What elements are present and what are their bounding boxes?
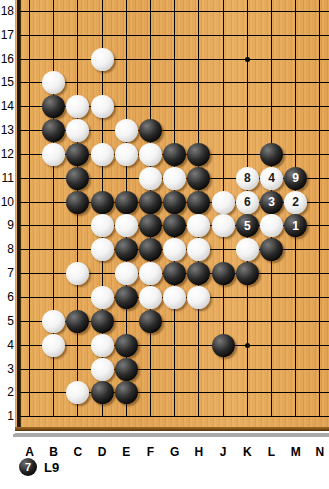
grid-line-row-1 (20, 416, 329, 417)
stone-black-G10 (163, 191, 186, 214)
row-label-15: 15 (0, 76, 14, 89)
stone-black-J7 (212, 262, 235, 285)
stone-black-M11: 9 (284, 167, 307, 190)
row-label-7: 7 (0, 267, 14, 280)
stone-white-J10 (212, 191, 235, 214)
stone-black-E4 (115, 334, 138, 357)
col-label-N: N (310, 445, 329, 459)
row-label-1: 1 (0, 410, 14, 423)
grid-line-col-A (29, 0, 30, 417)
stone-white-L11: 4 (260, 167, 283, 190)
stone-black-E10 (115, 191, 138, 214)
grid-line-row-15 (20, 82, 329, 83)
stone-black-D5 (91, 310, 114, 333)
grid-line-row-4 (20, 345, 329, 346)
stone-white-D14 (91, 95, 114, 118)
row-label-5: 5 (0, 315, 14, 328)
stone-black-C10 (66, 191, 89, 214)
stone-white-D9 (91, 214, 114, 237)
stone-white-D4 (91, 334, 114, 357)
stone-black-L12 (260, 143, 283, 166)
grid-line-row-18 (20, 11, 329, 12)
stone-move-number: 8 (244, 172, 251, 184)
stone-move-number: 2 (292, 196, 299, 208)
stone-black-G12 (163, 143, 186, 166)
stone-white-F6 (139, 286, 162, 309)
col-label-J: J (213, 445, 233, 459)
stone-black-D2 (91, 381, 114, 404)
col-label-L: L (262, 445, 282, 459)
go-diagram: 181716151413121110987654321ABCDEFGHJKLMN… (0, 0, 329, 489)
stone-white-D12 (91, 143, 114, 166)
col-label-G: G (165, 445, 185, 459)
stone-black-H10 (187, 191, 210, 214)
grid-line-row-17 (20, 35, 329, 36)
stone-black-E3 (115, 358, 138, 381)
star-point-K4 (245, 343, 250, 348)
stone-black-F13 (139, 119, 162, 142)
stone-black-L10: 3 (260, 191, 283, 214)
row-label-16: 16 (0, 53, 14, 66)
row-label-18: 18 (0, 5, 14, 18)
col-label-F: F (141, 445, 161, 459)
stone-white-D6 (91, 286, 114, 309)
stone-move-number: 4 (268, 172, 275, 184)
row-label-14: 14 (0, 100, 14, 113)
caption-move-number: 7 (25, 462, 31, 473)
stone-white-B12 (42, 143, 65, 166)
row-label-12: 12 (0, 148, 14, 161)
col-label-H: H (189, 445, 209, 459)
col-label-E: E (116, 445, 136, 459)
stone-white-B5 (42, 310, 65, 333)
col-label-K: K (237, 445, 257, 459)
stone-move-number: 9 (292, 172, 299, 184)
row-label-9: 9 (0, 219, 14, 232)
stone-black-K7 (236, 262, 259, 285)
stone-white-F12 (139, 143, 162, 166)
stone-white-K8 (236, 238, 259, 261)
stone-black-H11 (187, 167, 210, 190)
stone-black-E8 (115, 238, 138, 261)
row-label-3: 3 (0, 363, 14, 376)
stone-move-number: 6 (244, 196, 251, 208)
stone-white-D3 (91, 358, 114, 381)
stone-white-F7 (139, 262, 162, 285)
stone-white-K11: 8 (236, 167, 259, 190)
stone-white-D8 (91, 238, 114, 261)
stone-white-E13 (115, 119, 138, 142)
stone-black-J4 (212, 334, 235, 357)
row-label-4: 4 (0, 339, 14, 352)
stone-move-number: 5 (244, 220, 251, 232)
col-label-B: B (44, 445, 64, 459)
caption-location: L9 (44, 460, 59, 475)
board-left-edge (17, 0, 21, 431)
stone-white-F11 (139, 167, 162, 190)
col-label-M: M (286, 445, 306, 459)
caption: 7 L9 (19, 458, 59, 476)
row-label-2: 2 (0, 386, 14, 399)
row-label-11: 11 (0, 172, 14, 185)
col-label-D: D (92, 445, 112, 459)
stone-white-B4 (42, 334, 65, 357)
board-bottom-edge (15, 427, 329, 431)
board-shadow-bar (13, 433, 329, 437)
stone-black-D10 (91, 191, 114, 214)
col-label-C: C (68, 445, 88, 459)
stone-white-J9 (212, 214, 235, 237)
stone-white-G11 (163, 167, 186, 190)
star-point-K16 (245, 57, 250, 62)
stone-white-E12 (115, 143, 138, 166)
row-label-13: 13 (0, 124, 14, 137)
stone-black-F10 (139, 191, 162, 214)
stone-white-E7 (115, 262, 138, 285)
stone-black-C11 (66, 167, 89, 190)
row-label-10: 10 (0, 196, 14, 209)
col-label-A: A (20, 445, 40, 459)
stone-white-K10: 6 (236, 191, 259, 214)
caption-black-stone-icon: 7 (19, 458, 37, 476)
row-label-6: 6 (0, 291, 14, 304)
row-label-17: 17 (0, 29, 14, 42)
grid-line-row-3 (20, 369, 329, 370)
stone-black-F5 (139, 310, 162, 333)
stone-black-E6 (115, 286, 138, 309)
row-label-8: 8 (0, 243, 14, 256)
stone-white-D16 (91, 48, 114, 71)
stone-move-number: 3 (268, 196, 275, 208)
grid-line-col-N (319, 0, 320, 417)
stone-white-M10: 2 (284, 191, 307, 214)
stone-move-number: 1 (292, 220, 299, 232)
grid-line-row-16 (20, 59, 329, 60)
